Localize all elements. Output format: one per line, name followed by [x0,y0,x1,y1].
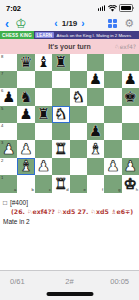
square-g7[interactable] [104,71,121,88]
square-a6[interactable]: 6♟ [0,88,17,105]
goal-label: Mate in 2 [3,217,136,227]
file-label-c: c [49,187,51,192]
square-h7[interactable]: ♟ [122,71,139,88]
square-g6[interactable] [104,88,121,105]
prev-puzzle-chevron-icon[interactable]: ‹ [54,19,57,29]
square-h2[interactable]: ♟ [122,158,139,175]
square-c8[interactable]: ♝ [35,54,52,71]
white-pawn-c2: ♟ [37,159,50,174]
top-chrome: 7:02 ‹ ♔ ‹ 1/19 › ⚙ [0,0,139,31]
white-pawn-a3: ♟ [2,142,15,157]
exercise-number: [#400] [10,198,28,208]
bottom-toolbar: 0/61 2# 00:05 [0,270,139,300]
square-b1[interactable]: b [17,175,34,192]
task-label: 2# [65,277,73,286]
chess-king-logo-icon[interactable]: ♔ [15,17,27,30]
square-g3[interactable] [104,140,121,157]
wifi-icon [108,5,117,12]
square-h1[interactable]: h♚ [122,175,139,192]
square-e5[interactable] [70,106,87,123]
chess-king-app-screen: { "game": "chess", "app_title": "Chess K… [0,0,139,300]
home-indicator[interactable] [46,292,93,296]
turn-status-bar: It's your turn ♘exf4? [0,39,139,54]
square-a5[interactable]: 5 [0,106,17,123]
square-e2[interactable] [70,158,87,175]
square-b6[interactable]: ♞ [17,88,34,105]
square-b4[interactable] [17,123,34,140]
refuted-variation: (26. ♘exf4?? ♘xd5 27. ♘xd5 ♗e6∓) [3,207,136,216]
square-h5[interactable] [122,106,139,123]
square-c4[interactable] [35,123,52,140]
square-b8[interactable]: ♛ [17,54,34,71]
square-g8[interactable] [104,54,121,71]
square-a2[interactable]: 2 [0,158,17,175]
white-pawn-h2: ♟ [124,159,137,174]
progress-counter: 0/61 [10,277,25,286]
square-h6[interactable]: ♚ [122,88,139,105]
square-c7[interactable] [35,71,52,88]
exercise-line: □ [#400] [3,198,136,208]
rank-label-1: 1 [1,175,3,180]
square-d4[interactable] [52,123,69,140]
square-d2[interactable] [52,158,69,175]
white-pawn-b3: ♟ [20,142,33,157]
course-title: Attack on the King I. Mating in 2 Moves [55,31,139,39]
square-f5[interactable] [87,106,104,123]
square-b7[interactable] [17,71,34,88]
puzzle-page-indicator: 1/19 [62,19,78,28]
rank-label-7: 7 [1,71,3,76]
white-knight-e6: ♞ [72,90,85,105]
square-b5[interactable]: ♟ [17,106,34,123]
rank-label-2: 2 [1,158,3,163]
course-banner[interactable]: CHESS KING LEARN Attack on the King I. M… [0,31,139,39]
square-h3[interactable] [122,140,139,157]
black-pawn-h7: ♟ [124,72,137,87]
square-a4[interactable]: 4 [0,123,17,140]
puzzle-pager: ‹ 1/19 › [54,19,84,29]
back-chevron-icon[interactable]: ‹ [5,18,9,30]
next-puzzle-chevron-icon[interactable]: › [81,19,84,29]
status-bar: 7:02 [0,0,139,16]
black-bishop-c8: ♝ [37,55,50,70]
file-label-g: g [118,187,120,192]
square-c6[interactable] [35,88,52,105]
cellular-signal-icon [98,5,105,10]
square-a3[interactable]: 3♟ [0,140,17,157]
status-icons [98,4,133,12]
square-g4[interactable] [104,123,121,140]
white-rook-d1: ♜ [54,177,67,192]
settings-gear-icon[interactable]: ⚙ [124,18,134,29]
square-g2[interactable]: ♟ [104,158,121,175]
square-g1[interactable]: g [104,175,121,192]
square-f7[interactable]: ♟ [87,71,104,88]
square-b2[interactable]: ♝ [17,158,34,175]
white-bishop-f3: ♝ [89,142,102,157]
file-label-b: b [31,187,33,192]
rank-label-8: 8 [1,54,3,59]
square-f3[interactable]: ♝ [87,140,104,157]
file-label-a: a [14,187,16,192]
square-e7[interactable] [70,71,87,88]
black-pawn-b5: ♟ [20,107,33,122]
square-d5[interactable]: ♞ [52,106,69,123]
black-pawn-f7: ♟ [89,72,102,87]
white-knight-d5: ♞ [54,107,67,122]
move-notes: □ [#400] (26. ♘exf4?? ♘xd5 27. ♘xd5 ♗e6∓… [0,193,139,227]
square-d3[interactable]: ♜ [52,140,69,157]
white-pawn-g2: ♟ [106,159,119,174]
square-f1[interactable]: f [87,175,104,192]
rank-label-4: 4 [1,123,3,128]
square-c5[interactable]: ♜ [35,106,52,123]
square-d1[interactable]: d♜ [52,175,69,192]
square-f6[interactable] [87,88,104,105]
brand-label: CHESS KING [0,31,34,39]
puzzle-grid-icon[interactable] [108,19,117,28]
to-move-symbol: □ [3,198,7,208]
square-d8[interactable]: ♜ [52,54,69,71]
navigation-bar: ‹ ♔ ‹ 1/19 › ⚙ [0,16,139,31]
black-rook-c5: ♜ [37,107,50,122]
square-a7[interactable]: 7 [0,71,17,88]
file-label-e: e [84,187,86,192]
bottom-toolbar-row: 0/61 2# 00:05 [0,271,139,286]
square-e6[interactable]: ♞ [70,88,87,105]
square-c1[interactable]: c [35,175,52,192]
square-h4[interactable] [122,123,139,140]
square-f8[interactable] [87,54,104,71]
square-e3[interactable] [70,140,87,157]
rank-label-5: 5 [1,106,3,111]
white-rook-d3: ♜ [54,142,67,157]
black-king-h6: ♚ [124,90,137,105]
black-pawn-a6: ♟ [2,90,15,105]
white-king-h1: ♚ [124,177,137,192]
square-a1[interactable]: 1a [0,175,17,192]
black-queen-b8: ♛ [20,55,33,70]
square-f2[interactable] [87,158,104,175]
turn-message: It's your turn [48,43,91,50]
square-h8[interactable] [122,54,139,71]
square-b3[interactable]: ♟ [17,140,34,157]
square-a8[interactable]: 8 [0,54,17,71]
black-knight-b6: ♞ [20,90,33,105]
black-rook-d8: ♜ [54,55,67,70]
chess-board: 8♛♝♜7♟♟6♟♞♞♚5♟♜♞4♟3♟♟♜♝2♝♟♟♟1abcd♜efgh♚ [0,54,139,193]
square-f4[interactable]: ♟ [87,123,104,140]
learn-badge: LEARN [35,32,54,38]
square-d6[interactable] [52,88,69,105]
nav-right-icons: ⚙ [108,18,134,29]
white-bishop-b2: ♝ [20,159,33,174]
elapsed-timer: 00:05 [110,277,129,286]
black-pawn-f4: ♟ [89,124,102,139]
square-d7[interactable] [52,71,69,88]
square-c2[interactable]: ♟ [35,158,52,175]
square-e1[interactable]: e [70,175,87,192]
clock-time: 7:02 [6,4,21,13]
square-g5[interactable] [104,106,121,123]
square-e8[interactable] [70,54,87,71]
square-e4[interactable] [70,123,87,140]
tried-move-label: ♘exf4? [114,43,136,50]
square-c3[interactable] [35,140,52,157]
file-label-f: f [102,187,103,192]
battery-icon [119,4,133,12]
